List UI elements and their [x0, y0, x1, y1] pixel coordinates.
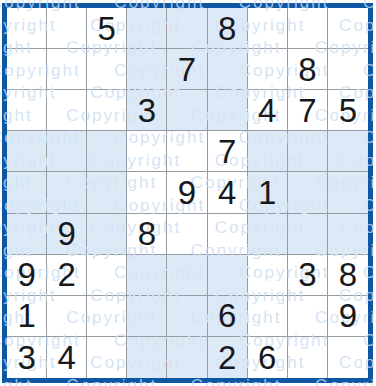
- cell-digit: 2: [218, 341, 236, 374]
- cell-r9c2[interactable]: 4: [47, 337, 87, 378]
- cell-r7c6[interactable]: [208, 255, 248, 296]
- cell-r2c9[interactable]: [328, 49, 368, 90]
- cell-r1c4[interactable]: [127, 8, 167, 49]
- cell-r2c5[interactable]: 7: [167, 49, 207, 90]
- cell-r4c7[interactable]: [248, 131, 288, 172]
- cell-r1c8[interactable]: [288, 8, 328, 49]
- cell-r5c1[interactable]: [7, 172, 47, 213]
- cell-r3c1[interactable]: [7, 90, 47, 131]
- cell-digit: 3: [17, 341, 35, 374]
- cell-r7c8[interactable]: 3: [288, 255, 328, 296]
- cell-r3c2[interactable]: [47, 90, 87, 131]
- cell-digit: 5: [98, 12, 116, 45]
- cell-r3c9[interactable]: 5: [328, 90, 368, 131]
- cell-r9c3[interactable]: [87, 337, 127, 378]
- cell-digit: 4: [57, 341, 75, 374]
- cell-r6c4[interactable]: 8: [127, 214, 167, 255]
- cell-r9c9[interactable]: [328, 337, 368, 378]
- cell-r3c4[interactable]: 3: [127, 90, 167, 131]
- cell-r2c1[interactable]: [7, 49, 47, 90]
- cell-r8c1[interactable]: 1: [7, 296, 47, 337]
- cell-digit: 8: [339, 258, 357, 291]
- cell-r6c7[interactable]: [248, 214, 288, 255]
- cell-digit: 7: [178, 53, 196, 86]
- cell-r7c1[interactable]: 9: [7, 255, 47, 296]
- cell-r9c6[interactable]: 2: [208, 337, 248, 378]
- cell-r1c3[interactable]: 5: [87, 8, 127, 49]
- cell-r3c5[interactable]: [167, 90, 207, 131]
- cell-r6c5[interactable]: [167, 214, 207, 255]
- cell-r3c6[interactable]: [208, 90, 248, 131]
- cell-r2c6[interactable]: [208, 49, 248, 90]
- cell-r6c2[interactable]: 9: [47, 214, 87, 255]
- cell-digit: 9: [17, 258, 35, 291]
- cell-r8c3[interactable]: [87, 296, 127, 337]
- cell-r1c9[interactable]: [328, 8, 368, 49]
- cell-r3c8[interactable]: 7: [288, 90, 328, 131]
- cell-r6c3[interactable]: [87, 214, 127, 255]
- cell-r8c9[interactable]: 9: [328, 296, 368, 337]
- cell-r4c3[interactable]: [87, 131, 127, 172]
- cell-r2c8[interactable]: 8: [288, 49, 328, 90]
- cell-r5c2[interactable]: [47, 172, 87, 213]
- cell-digit: 6: [218, 299, 236, 332]
- cell-digit: 7: [218, 135, 236, 168]
- cell-r5c5[interactable]: 9: [167, 172, 207, 213]
- cell-r1c5[interactable]: [167, 8, 207, 49]
- cell-r6c8[interactable]: [288, 214, 328, 255]
- cell-r9c5[interactable]: [167, 337, 207, 378]
- cell-r7c9[interactable]: 8: [328, 255, 368, 296]
- cell-r6c6[interactable]: [208, 214, 248, 255]
- cell-r2c2[interactable]: [47, 49, 87, 90]
- cell-r6c1[interactable]: [7, 214, 47, 255]
- cell-r7c7[interactable]: [248, 255, 288, 296]
- cell-digit: 3: [138, 94, 156, 127]
- cell-r8c7[interactable]: [248, 296, 288, 337]
- cell-r7c4[interactable]: [127, 255, 167, 296]
- cell-r1c1[interactable]: [7, 8, 47, 49]
- sudoku-board: 5878347579419892381693426Copyright Copyr…: [2, 3, 373, 383]
- cell-r9c8[interactable]: [288, 337, 328, 378]
- cell-r1c6[interactable]: 8: [208, 8, 248, 49]
- cell-r4c9[interactable]: [328, 131, 368, 172]
- cell-r5c9[interactable]: [328, 172, 368, 213]
- sudoku-grid: 5878347579419892381693426Copyright Copyr…: [7, 8, 368, 378]
- cell-r7c2[interactable]: 2: [47, 255, 87, 296]
- cell-r8c8[interactable]: [288, 296, 328, 337]
- cell-r1c2[interactable]: [47, 8, 87, 49]
- cell-digit: 7: [298, 94, 316, 127]
- cell-r9c4[interactable]: [127, 337, 167, 378]
- cell-r5c3[interactable]: [87, 172, 127, 213]
- cell-r2c3[interactable]: [87, 49, 127, 90]
- cell-r5c6[interactable]: 4: [208, 172, 248, 213]
- cell-r8c6[interactable]: 6: [208, 296, 248, 337]
- cell-digit: 4: [258, 94, 276, 127]
- cell-r1c7[interactable]: [248, 8, 288, 49]
- cell-r8c2[interactable]: [47, 296, 87, 337]
- cell-r4c2[interactable]: [47, 131, 87, 172]
- cell-digit: 4: [218, 176, 236, 209]
- cell-r9c1[interactable]: 3: [7, 337, 47, 378]
- cell-r4c6[interactable]: 7: [208, 131, 248, 172]
- cell-digit: 5: [339, 94, 357, 127]
- cell-r8c5[interactable]: [167, 296, 207, 337]
- cell-digit: 8: [298, 53, 316, 86]
- cell-r5c8[interactable]: [288, 172, 328, 213]
- cell-r3c3[interactable]: [87, 90, 127, 131]
- cell-digit: 9: [57, 217, 75, 250]
- cell-digit: 2: [57, 258, 75, 291]
- cell-r6c9[interactable]: [328, 214, 368, 255]
- cell-r7c5[interactable]: [167, 255, 207, 296]
- cell-r2c4[interactable]: [127, 49, 167, 90]
- cell-r4c4[interactable]: [127, 131, 167, 172]
- cell-r8c4[interactable]: [127, 296, 167, 337]
- cell-r5c4[interactable]: [127, 172, 167, 213]
- cell-r7c3[interactable]: [87, 255, 127, 296]
- cell-digit: 9: [178, 176, 196, 209]
- cell-digit: 1: [17, 299, 35, 332]
- cell-r5c7[interactable]: 1: [248, 172, 288, 213]
- cell-r4c1[interactable]: [7, 131, 47, 172]
- cell-digit: 3: [298, 258, 316, 291]
- cell-r4c8[interactable]: [288, 131, 328, 172]
- cell-r4c5[interactable]: [167, 131, 207, 172]
- cell-r2c7[interactable]: [248, 49, 288, 90]
- cell-digit: 6: [258, 341, 276, 374]
- cell-r3c7[interactable]: 4: [248, 90, 288, 131]
- cell-digit: 8: [138, 217, 156, 250]
- cell-digit: 8: [218, 12, 236, 45]
- cell-r9c7[interactable]: 6: [248, 337, 288, 378]
- cell-digit: 9: [339, 299, 357, 332]
- cell-digit: 1: [258, 176, 276, 209]
